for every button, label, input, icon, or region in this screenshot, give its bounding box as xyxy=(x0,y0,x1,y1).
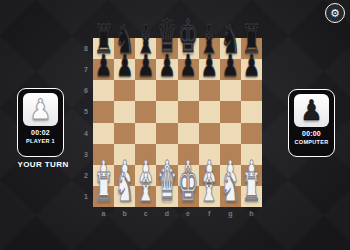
rank-label-4: 4 xyxy=(79,123,93,144)
square-h4[interactable] xyxy=(241,123,262,144)
square-b5[interactable] xyxy=(114,101,135,122)
piece-white-knight-b1[interactable]: ♞ xyxy=(115,168,135,208)
white-pawn-icon: ♟ xyxy=(29,95,51,123)
rank-label-8: 8 xyxy=(79,38,93,59)
piece-white-bishop-f1[interactable]: ♝ xyxy=(199,168,219,208)
square-c5[interactable] xyxy=(135,101,156,122)
square-c4[interactable] xyxy=(135,123,156,144)
square-e5[interactable] xyxy=(178,101,199,122)
piece-black-pawn-h7[interactable]: ♟ xyxy=(243,50,260,80)
piece-white-rook-a1[interactable]: ♜ xyxy=(94,168,114,208)
piece-white-bishop-c1[interactable]: ♝ xyxy=(136,168,156,208)
player1-piece-badge: ♟ xyxy=(23,93,58,126)
square-f6[interactable] xyxy=(199,80,220,101)
square-b4[interactable] xyxy=(114,123,135,144)
file-label-e: e xyxy=(178,210,199,220)
square-c6[interactable] xyxy=(135,80,156,101)
piece-white-knight-g1[interactable]: ♞ xyxy=(220,168,240,208)
square-a4[interactable] xyxy=(93,123,114,144)
square-d4[interactable] xyxy=(156,123,177,144)
rank-label-5: 5 xyxy=(79,101,93,122)
computer-timer: 00:00 xyxy=(289,130,334,137)
computer-name: COMPUTER xyxy=(289,139,334,145)
piece-white-rook-h1[interactable]: ♜ xyxy=(242,168,262,208)
settings-button[interactable]: ⚙ xyxy=(325,3,345,23)
square-f5[interactable] xyxy=(199,101,220,122)
rank-label-1: 1 xyxy=(79,186,93,207)
square-g4[interactable] xyxy=(220,123,241,144)
file-label-g: g xyxy=(220,210,241,220)
piece-black-pawn-c7[interactable]: ♟ xyxy=(137,50,154,80)
file-label-b: b xyxy=(114,210,135,220)
square-h6[interactable] xyxy=(241,80,262,101)
gear-icon: ⚙ xyxy=(330,8,340,19)
black-pawn-icon: ♟ xyxy=(300,96,322,124)
square-a6[interactable] xyxy=(93,80,114,101)
player1-name: PLAYER 1 xyxy=(18,138,63,144)
piece-white-king-e1[interactable]: ♚ xyxy=(178,162,199,208)
piece-black-pawn-f7[interactable]: ♟ xyxy=(201,50,218,80)
file-label-d: d xyxy=(156,210,177,220)
computer-panel: ♟ 00:00 COMPUTER xyxy=(288,89,335,157)
piece-black-pawn-b7[interactable]: ♟ xyxy=(116,50,133,80)
piece-white-queen-d1[interactable]: ♛ xyxy=(157,162,178,208)
square-g6[interactable] xyxy=(220,80,241,101)
piece-black-pawn-e7[interactable]: ♟ xyxy=(180,50,197,80)
piece-black-pawn-d7[interactable]: ♟ xyxy=(158,50,175,80)
file-label-a: a xyxy=(93,210,114,220)
piece-black-pawn-g7[interactable]: ♟ xyxy=(222,50,239,80)
computer-piece-badge: ♟ xyxy=(294,94,329,127)
square-f4[interactable] xyxy=(199,123,220,144)
square-e4[interactable] xyxy=(178,123,199,144)
player1-panel: ♟ 00:02 PLAYER 1 xyxy=(17,88,64,157)
square-g5[interactable] xyxy=(220,101,241,122)
turn-indicator: YOUR TURN xyxy=(1,160,85,169)
square-d6[interactable] xyxy=(156,80,177,101)
square-h5[interactable] xyxy=(241,101,262,122)
file-label-f: f xyxy=(199,210,220,220)
player1-timer: 00:02 xyxy=(18,129,63,136)
file-label-c: c xyxy=(135,210,156,220)
square-e6[interactable] xyxy=(178,80,199,101)
file-label-h: h xyxy=(241,210,262,220)
rank-label-6: 6 xyxy=(79,80,93,101)
square-b6[interactable] xyxy=(114,80,135,101)
square-d5[interactable] xyxy=(156,101,177,122)
piece-black-pawn-a7[interactable]: ♟ xyxy=(95,50,112,80)
rank-label-7: 7 xyxy=(79,59,93,80)
square-a5[interactable] xyxy=(93,101,114,122)
